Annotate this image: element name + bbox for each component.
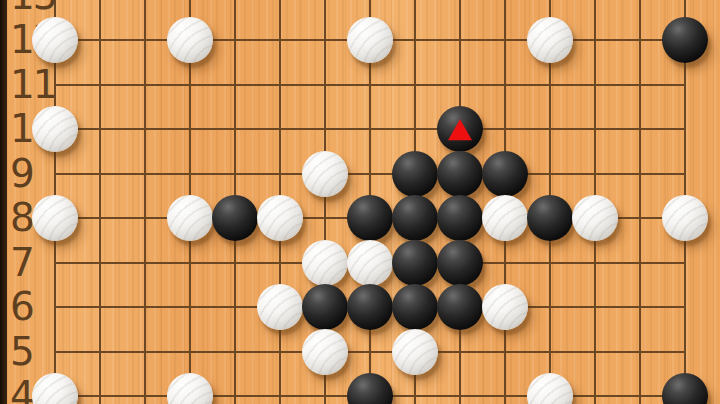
grid-hline-row-11 xyxy=(54,84,686,86)
stone-black xyxy=(392,240,438,286)
row-label-11: 11 xyxy=(10,65,70,105)
stone-black xyxy=(302,284,348,330)
grid-hline-row-10 xyxy=(54,128,686,130)
stone-white xyxy=(347,240,393,286)
row-label-6: 6 xyxy=(10,287,70,327)
stone-white xyxy=(167,373,213,404)
row-label-9: 9 xyxy=(10,154,70,194)
stone-white xyxy=(527,17,573,63)
stone-black xyxy=(437,151,483,197)
stone-white xyxy=(662,195,708,241)
grid-vline-col-14 xyxy=(639,0,641,404)
last-move-triangle-marker-icon xyxy=(448,119,472,140)
stone-black xyxy=(662,17,708,63)
stone-black xyxy=(347,284,393,330)
stone-white xyxy=(482,284,528,330)
grid-hline-row-9 xyxy=(54,173,686,175)
grid-vline-col-2 xyxy=(99,0,101,404)
grid-hline-row-5 xyxy=(54,351,686,353)
stone-white xyxy=(572,195,618,241)
stone-black xyxy=(482,151,528,197)
stone-black xyxy=(392,151,438,197)
row-label-13: 13 xyxy=(10,0,70,16)
grid-vline-col-3 xyxy=(144,0,146,404)
stone-white xyxy=(482,195,528,241)
stone-white xyxy=(302,151,348,197)
stone-white xyxy=(32,195,78,241)
stone-white xyxy=(392,329,438,375)
stone-white xyxy=(347,17,393,63)
stone-white xyxy=(527,373,573,404)
stone-black xyxy=(392,195,438,241)
stone-white xyxy=(32,17,78,63)
stone-black xyxy=(347,195,393,241)
stone-white xyxy=(32,106,78,152)
stone-white xyxy=(167,17,213,63)
row-label-7: 7 xyxy=(10,243,70,283)
stone-black xyxy=(437,240,483,286)
stone-black xyxy=(527,195,573,241)
go-board[interactable]: 13121110987654 xyxy=(0,0,720,404)
stone-black xyxy=(437,284,483,330)
stone-black-last-move xyxy=(437,106,483,152)
row-label-5: 5 xyxy=(10,332,70,372)
stone-white xyxy=(302,240,348,286)
stone-black xyxy=(212,195,258,241)
stone-black xyxy=(392,284,438,330)
stone-black xyxy=(437,195,483,241)
stone-white xyxy=(302,329,348,375)
stone-black xyxy=(662,373,708,404)
stone-white xyxy=(257,195,303,241)
stone-black xyxy=(347,373,393,404)
stone-white xyxy=(167,195,213,241)
board-left-border xyxy=(0,0,7,404)
stone-white xyxy=(257,284,303,330)
